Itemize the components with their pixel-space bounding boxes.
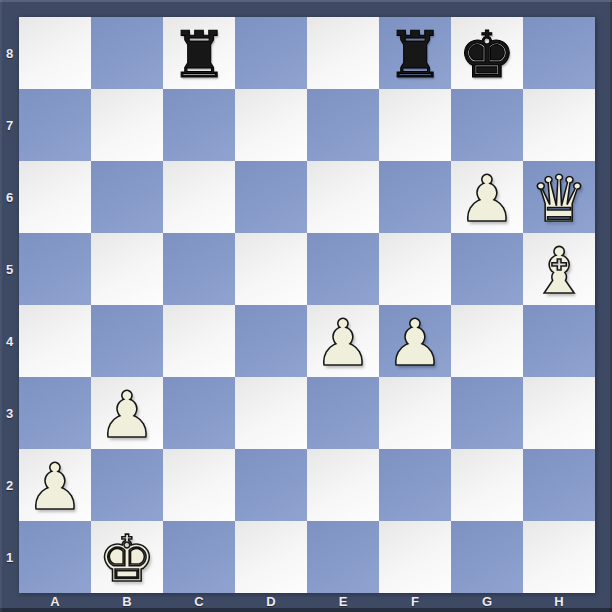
square-g1[interactable] bbox=[451, 521, 523, 593]
piece-black-rook[interactable]: ♜ bbox=[386, 19, 443, 89]
square-c6[interactable] bbox=[163, 161, 235, 233]
file-label-h: H bbox=[523, 593, 595, 609]
square-f5[interactable] bbox=[379, 233, 451, 305]
square-g8[interactable]: ♚ bbox=[451, 17, 523, 89]
square-g3[interactable] bbox=[451, 377, 523, 449]
file-labels: ABCDEFGH bbox=[19, 593, 595, 609]
piece-white-queen[interactable]: ♛ bbox=[530, 163, 587, 233]
square-g5[interactable] bbox=[451, 233, 523, 305]
square-f3[interactable] bbox=[379, 377, 451, 449]
square-a2[interactable]: ♟ bbox=[19, 449, 91, 521]
rank-label-5: 5 bbox=[0, 233, 19, 305]
piece-white-pawn[interactable]: ♟ bbox=[98, 379, 155, 449]
square-f2[interactable] bbox=[379, 449, 451, 521]
square-f6[interactable] bbox=[379, 161, 451, 233]
piece-white-pawn[interactable]: ♟ bbox=[458, 163, 515, 233]
square-a8[interactable] bbox=[19, 17, 91, 89]
square-c5[interactable] bbox=[163, 233, 235, 305]
piece-white-king[interactable]: ♚ bbox=[98, 523, 155, 593]
square-d2[interactable] bbox=[235, 449, 307, 521]
square-a3[interactable] bbox=[19, 377, 91, 449]
square-f8[interactable]: ♜ bbox=[379, 17, 451, 89]
square-h3[interactable] bbox=[523, 377, 595, 449]
square-b4[interactable] bbox=[91, 305, 163, 377]
file-label-b: B bbox=[91, 593, 163, 609]
rank-label-3: 3 bbox=[0, 377, 19, 449]
chess-board: ♜♜♚♟♛♝♟♟♟♟♚ bbox=[19, 17, 595, 593]
square-d7[interactable] bbox=[235, 89, 307, 161]
rank-label-1: 1 bbox=[0, 521, 19, 593]
square-e3[interactable] bbox=[307, 377, 379, 449]
rank-labels: 87654321 bbox=[0, 17, 19, 593]
square-h4[interactable] bbox=[523, 305, 595, 377]
file-label-f: F bbox=[379, 593, 451, 609]
square-h1[interactable] bbox=[523, 521, 595, 593]
square-f4[interactable]: ♟ bbox=[379, 305, 451, 377]
square-h8[interactable] bbox=[523, 17, 595, 89]
square-f7[interactable] bbox=[379, 89, 451, 161]
square-g7[interactable] bbox=[451, 89, 523, 161]
square-b1[interactable]: ♚ bbox=[91, 521, 163, 593]
square-d4[interactable] bbox=[235, 305, 307, 377]
square-h2[interactable] bbox=[523, 449, 595, 521]
square-b7[interactable] bbox=[91, 89, 163, 161]
square-h7[interactable] bbox=[523, 89, 595, 161]
square-a1[interactable] bbox=[19, 521, 91, 593]
square-b2[interactable] bbox=[91, 449, 163, 521]
square-d6[interactable] bbox=[235, 161, 307, 233]
square-c1[interactable] bbox=[163, 521, 235, 593]
file-label-e: E bbox=[307, 593, 379, 609]
square-c4[interactable] bbox=[163, 305, 235, 377]
piece-white-pawn[interactable]: ♟ bbox=[386, 307, 443, 377]
square-h6[interactable]: ♛ bbox=[523, 161, 595, 233]
square-b6[interactable] bbox=[91, 161, 163, 233]
rank-label-7: 7 bbox=[0, 89, 19, 161]
rank-label-2: 2 bbox=[0, 449, 19, 521]
chess-diagram: { "game": "chess", "position": { "fen": … bbox=[0, 0, 612, 612]
piece-white-pawn[interactable]: ♟ bbox=[314, 307, 371, 377]
square-e7[interactable] bbox=[307, 89, 379, 161]
square-a6[interactable] bbox=[19, 161, 91, 233]
square-b5[interactable] bbox=[91, 233, 163, 305]
square-b3[interactable]: ♟ bbox=[91, 377, 163, 449]
square-h5[interactable]: ♝ bbox=[523, 233, 595, 305]
rank-label-8: 8 bbox=[0, 17, 19, 89]
piece-black-rook[interactable]: ♜ bbox=[170, 19, 227, 89]
square-a4[interactable] bbox=[19, 305, 91, 377]
square-c7[interactable] bbox=[163, 89, 235, 161]
square-g6[interactable]: ♟ bbox=[451, 161, 523, 233]
square-a7[interactable] bbox=[19, 89, 91, 161]
square-e5[interactable] bbox=[307, 233, 379, 305]
file-label-c: C bbox=[163, 593, 235, 609]
piece-black-king[interactable]: ♚ bbox=[458, 19, 515, 89]
square-a5[interactable] bbox=[19, 233, 91, 305]
square-g2[interactable] bbox=[451, 449, 523, 521]
rank-label-6: 6 bbox=[0, 161, 19, 233]
square-g4[interactable] bbox=[451, 305, 523, 377]
square-d5[interactable] bbox=[235, 233, 307, 305]
square-c8[interactable]: ♜ bbox=[163, 17, 235, 89]
square-c3[interactable] bbox=[163, 377, 235, 449]
square-d8[interactable] bbox=[235, 17, 307, 89]
square-b8[interactable] bbox=[91, 17, 163, 89]
square-d1[interactable] bbox=[235, 521, 307, 593]
file-label-d: D bbox=[235, 593, 307, 609]
square-e1[interactable] bbox=[307, 521, 379, 593]
piece-white-bishop[interactable]: ♝ bbox=[530, 235, 587, 305]
file-label-g: G bbox=[451, 593, 523, 609]
rank-label-4: 4 bbox=[0, 305, 19, 377]
file-label-a: A bbox=[19, 593, 91, 609]
square-e2[interactable] bbox=[307, 449, 379, 521]
square-e6[interactable] bbox=[307, 161, 379, 233]
square-c2[interactable] bbox=[163, 449, 235, 521]
square-e4[interactable]: ♟ bbox=[307, 305, 379, 377]
piece-white-pawn[interactable]: ♟ bbox=[26, 451, 83, 521]
square-e8[interactable] bbox=[307, 17, 379, 89]
square-d3[interactable] bbox=[235, 377, 307, 449]
square-f1[interactable] bbox=[379, 521, 451, 593]
